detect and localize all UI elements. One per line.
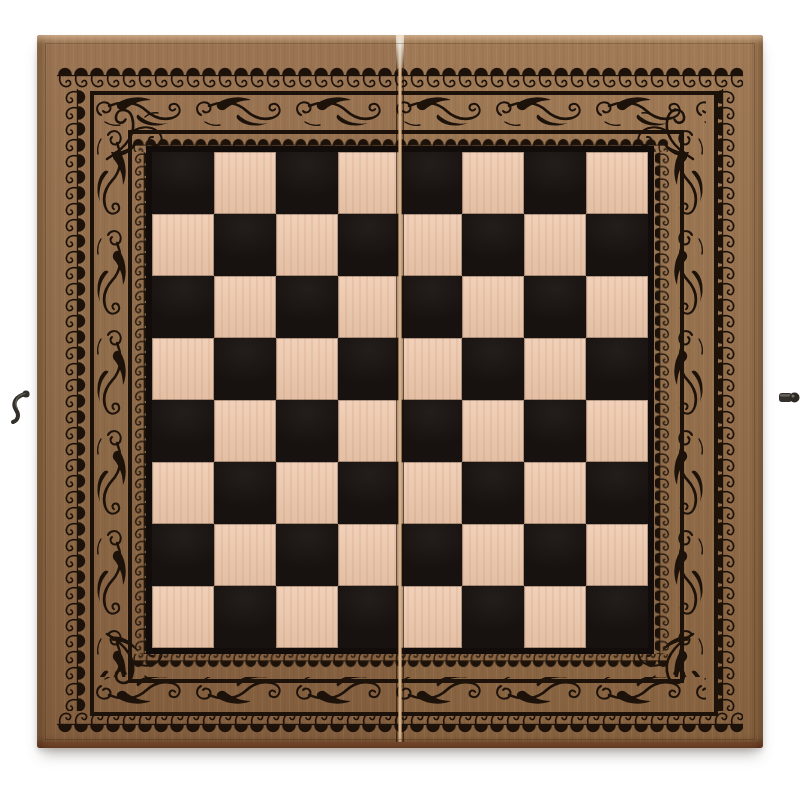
square-a4[interactable] [152,400,214,462]
square-d4[interactable] [338,400,400,462]
square-e7[interactable] [400,214,462,276]
square-a8[interactable] [152,152,214,214]
square-f7[interactable] [462,214,524,276]
chess-board [37,35,763,748]
square-d8[interactable] [338,152,400,214]
square-g4[interactable] [524,400,586,462]
square-h4[interactable] [586,400,648,462]
border-band-vine-right [674,128,705,677]
square-d7[interactable] [338,214,400,276]
square-b4[interactable] [214,400,276,462]
square-c3[interactable] [276,462,338,524]
square-h6[interactable] [586,276,648,338]
square-f3[interactable] [462,462,524,524]
square-b6[interactable] [214,276,276,338]
latch-hook-icon [5,385,33,431]
square-d1[interactable] [338,586,400,648]
square-b7[interactable] [214,214,276,276]
square-b3[interactable] [214,462,276,524]
square-c6[interactable] [276,276,338,338]
square-e8[interactable] [400,152,462,214]
latch-pin-icon [779,383,800,413]
border-band-wave-left [63,89,88,711]
square-h5[interactable] [586,338,648,400]
square-g7[interactable] [524,214,586,276]
square-a7[interactable] [152,214,214,276]
square-g8[interactable] [524,152,586,214]
square-b8[interactable] [214,152,276,214]
square-g5[interactable] [524,338,586,400]
square-h2[interactable] [586,524,648,586]
square-a6[interactable] [152,276,214,338]
square-c4[interactable] [276,400,338,462]
square-a2[interactable] [152,524,214,586]
square-c2[interactable] [276,524,338,586]
square-b5[interactable] [214,338,276,400]
square-f1[interactable] [462,586,524,648]
board-bottom-edge [37,742,763,748]
square-d5[interactable] [338,338,400,400]
photo-background [0,0,800,800]
border-band-smallwave-right [655,152,671,654]
square-h1[interactable] [586,586,648,648]
square-g6[interactable] [524,276,586,338]
fold-seam [396,35,404,748]
square-f4[interactable] [462,400,524,462]
border-band-vine-left [95,128,126,677]
square-f5[interactable] [462,338,524,400]
square-e2[interactable] [400,524,462,586]
square-d6[interactable] [338,276,400,338]
square-f6[interactable] [462,276,524,338]
square-e3[interactable] [400,462,462,524]
square-b1[interactable] [214,586,276,648]
border-band-wave-right [712,89,737,711]
square-e6[interactable] [400,276,462,338]
square-f2[interactable] [462,524,524,586]
square-c1[interactable] [276,586,338,648]
square-a3[interactable] [152,462,214,524]
square-h3[interactable] [586,462,648,524]
square-f8[interactable] [462,152,524,214]
square-e4[interactable] [400,400,462,462]
square-a5[interactable] [152,338,214,400]
square-c5[interactable] [276,338,338,400]
square-d2[interactable] [338,524,400,586]
square-e1[interactable] [400,586,462,648]
square-c7[interactable] [276,214,338,276]
square-g1[interactable] [524,586,586,648]
square-g2[interactable] [524,524,586,586]
square-b2[interactable] [214,524,276,586]
square-g3[interactable] [524,462,586,524]
square-e5[interactable] [400,338,462,400]
square-c8[interactable] [276,152,338,214]
square-h7[interactable] [586,214,648,276]
square-a1[interactable] [152,586,214,648]
square-h8[interactable] [586,152,648,214]
square-d3[interactable] [338,462,400,524]
